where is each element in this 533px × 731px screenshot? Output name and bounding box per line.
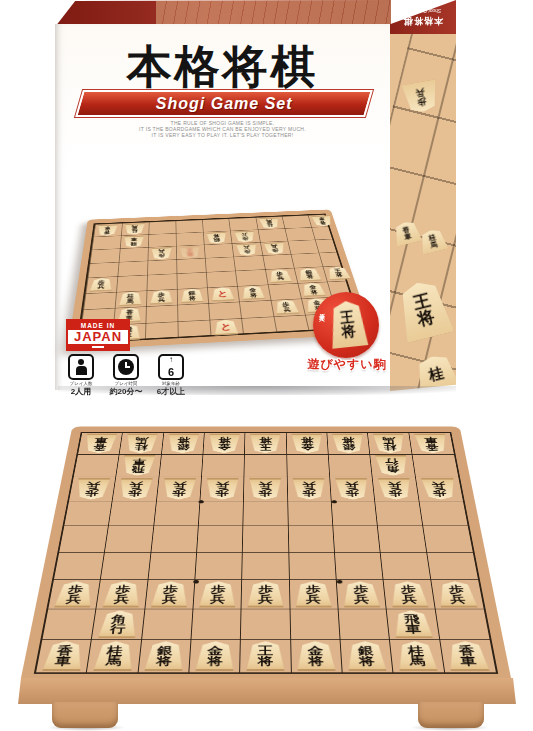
board-square — [64, 501, 113, 526]
board-square — [289, 552, 337, 580]
shogi-piece: 玉将 — [250, 434, 281, 454]
made-in-japan-badge: MADE IN JAPAN — [66, 319, 130, 351]
shogi-piece: 銀将 — [167, 434, 199, 454]
box-front-face: 本格将棋 Shogi Game Set THE RULE OF SHOGI GA… — [55, 24, 390, 390]
shogi-piece: 歩兵 — [390, 581, 429, 607]
board-square: 角行 — [370, 454, 415, 477]
board-square: 角行 — [92, 609, 145, 640]
board-square: 香車 — [409, 433, 454, 455]
board-square — [427, 552, 478, 580]
shogi-piece: 歩兵 — [89, 278, 112, 292]
shogi-piece: 金将 — [208, 434, 240, 454]
shogi-board-scene: 香車桂馬銀将金将玉将金将銀将桂馬香車飛車角行歩兵歩兵歩兵歩兵歩兵歩兵歩兵歩兵歩兵… — [0, 388, 533, 731]
shogi-piece: 王将 — [246, 641, 284, 671]
board-square: 金将 — [286, 433, 328, 455]
hoshi-point — [336, 580, 342, 584]
shogi-piece: 歩兵 — [235, 243, 257, 256]
board-square: 銀将 — [162, 433, 205, 455]
shogi-piece: 金将 — [195, 641, 234, 671]
board-foot-left — [52, 702, 118, 728]
shogi-piece: 歩兵 — [437, 581, 478, 607]
shogi-piece: 銀将 — [297, 268, 322, 282]
shogi-piece: 飛車 — [393, 610, 433, 638]
shogi-piece: 歩兵 — [234, 230, 256, 242]
shogi-piece: 歩兵 — [378, 478, 413, 499]
age-icon: ↑6 — [158, 354, 184, 380]
shogi-piece: 歩兵 — [263, 242, 286, 254]
board-square — [241, 609, 291, 640]
king-piece-image: 王将 — [328, 299, 369, 349]
board-surface: 香車桂馬銀将金将玉将金将銀将桂馬香車飛車角行歩兵歩兵歩兵歩兵歩兵歩兵歩兵歩兵歩兵… — [34, 432, 498, 674]
shogi-piece: 歩兵 — [335, 478, 369, 499]
shogi-piece: 歩兵 — [54, 581, 94, 607]
shogi-piece: 桂馬 — [125, 434, 158, 454]
board-square: 桂馬 — [120, 433, 164, 455]
tagline: THE RULE OF SHOGI GAME IS SIMPLE. IT IS … — [55, 120, 390, 138]
board-front-edge — [18, 678, 516, 704]
shogi-piece: 香車 — [446, 641, 489, 671]
shogi-piece: 銀将 — [346, 641, 386, 671]
board-square: 桂馬 — [390, 640, 445, 672]
board-square: 歩兵 — [97, 580, 149, 609]
shogi-board: 香車桂馬銀将金将玉将金将銀将桂馬香車飛車角行歩兵歩兵歩兵歩兵歩兵歩兵歩兵歩兵歩兵… — [21, 426, 511, 678]
board-square — [288, 501, 333, 526]
shogi-piece: 桂馬 — [119, 291, 142, 306]
shogi-piece: 歩兵 — [151, 581, 189, 607]
shogi-piece: 歩兵 — [118, 478, 153, 499]
badge-bar — [68, 344, 128, 349]
board-square: 歩兵 — [337, 580, 387, 609]
easy-pieces-banner: 遊びやすい駒 — [289, 356, 405, 373]
board-square: 歩兵 — [431, 580, 484, 609]
board-square: 歩兵 — [330, 477, 375, 501]
board-square — [59, 526, 109, 552]
board-square — [412, 454, 458, 477]
shogi-piece: 歩兵 — [248, 581, 284, 607]
board-square — [101, 552, 151, 580]
board-square — [290, 609, 340, 640]
shogi-piece: 歩兵 — [199, 581, 236, 607]
board-square — [154, 501, 200, 526]
board-square — [195, 552, 243, 580]
board-square — [109, 501, 157, 526]
shogi-piece: 桂馬 — [93, 641, 134, 671]
board-square: 香車 — [78, 433, 123, 455]
side-title-band: 本格将棋 Shogi Game Set — [390, 0, 456, 34]
board-square: 歩兵 — [242, 580, 290, 609]
board-square: 歩兵 — [157, 477, 202, 501]
king-piece-badge: 原寸大 王将 — [313, 292, 379, 358]
board-square: 歩兵 — [416, 477, 463, 501]
board-square — [329, 454, 373, 477]
shogi-piece: 香車 — [311, 215, 333, 226]
shogi-piece: 桂馬 — [396, 641, 437, 671]
board-square — [245, 454, 288, 477]
board-square: 香車 — [440, 640, 496, 672]
board-square: 飛車 — [116, 454, 161, 477]
board-square — [197, 526, 244, 552]
shogi-piece: 歩兵 — [162, 478, 196, 499]
board-square: 桂馬 — [87, 640, 142, 672]
board-square: 歩兵 — [193, 580, 242, 609]
shogi-piece: 金将 — [297, 641, 336, 671]
clock-icon — [113, 354, 139, 380]
side-title: 本格将棋 — [403, 14, 443, 27]
shogi-piece: 角行 — [375, 455, 409, 476]
board-square — [202, 454, 245, 477]
board-square: 歩兵 — [69, 477, 116, 501]
board-square: 王将 — [240, 640, 291, 672]
shogi-piece: 歩兵 — [249, 478, 282, 499]
side-subtitle: Shogi Game Set — [403, 8, 443, 14]
players-icon — [68, 354, 94, 380]
shogi-piece: 歩兵 — [295, 581, 332, 607]
shogi-piece: 飛車 — [122, 455, 156, 476]
shogi-piece: 角行 — [98, 610, 138, 638]
hoshi-point — [331, 500, 336, 503]
shogi-piece: と — [214, 319, 239, 336]
board-square — [191, 609, 241, 640]
shogi-piece: 金将 — [291, 434, 323, 454]
board-grid: 香車桂馬銀将金将玉将金将銀将桂馬香車飛車角行歩兵歩兵歩兵歩兵歩兵歩兵歩兵歩兵歩兵… — [36, 433, 496, 673]
box-top-face — [55, 0, 391, 27]
shogi-piece: 歩兵 — [274, 299, 299, 314]
board-square: 歩兵 — [384, 580, 436, 609]
shogi-piece: 歩兵 — [292, 478, 325, 499]
board-square: 金将 — [203, 433, 245, 455]
shogi-piece: 銀将 — [207, 232, 228, 244]
board-square: 飛車 — [387, 609, 440, 640]
board-square — [333, 526, 381, 552]
board-square: 金将 — [291, 640, 343, 672]
shogi-piece: 香車 — [414, 434, 449, 454]
shogi-piece: 歩兵 — [150, 290, 173, 305]
board-square: 歩兵 — [113, 477, 159, 501]
board-square — [242, 552, 289, 580]
shogi-piece: 龍王 — [180, 246, 201, 259]
board-square: 歩兵 — [287, 477, 331, 501]
board-square: 金将 — [189, 640, 241, 672]
shogi-piece: 香車 — [97, 224, 118, 236]
board-square — [339, 609, 391, 640]
board-square — [288, 526, 335, 552]
shogi-piece: 歩兵 — [342, 581, 380, 607]
board-square — [42, 609, 96, 640]
board-square: 桂馬 — [368, 433, 412, 455]
product-title: 本格将棋 — [55, 37, 390, 97]
actual-size-label: 原寸大 — [317, 308, 326, 311]
board-square — [148, 552, 197, 580]
shogi-piece: 金将 — [241, 285, 265, 300]
shogi-piece: と — [211, 287, 234, 302]
board-square — [243, 526, 289, 552]
shogi-piece: 歩兵 — [74, 478, 110, 499]
board-square — [335, 552, 384, 580]
shogi-piece: 歩兵 — [103, 581, 142, 607]
board-square: 銀将 — [138, 640, 191, 672]
board-square: 歩兵 — [145, 580, 195, 609]
board-square — [381, 552, 431, 580]
board-square: 歩兵 — [373, 477, 419, 501]
title-banner: Shogi Game Set — [75, 90, 373, 117]
board-square — [74, 454, 120, 477]
board-square — [105, 526, 154, 552]
board-square: 歩兵 — [48, 580, 101, 609]
tagline-line: IT IS VERY EASY TO PLAY IT. LET'S PLAY T… — [55, 132, 390, 138]
board-square — [375, 501, 423, 526]
board-square: 玉将 — [245, 433, 287, 455]
board-square — [244, 501, 289, 526]
board-square — [378, 526, 427, 552]
shogi-piece: 香車 — [42, 641, 85, 671]
board-square — [419, 501, 468, 526]
board-square: 歩兵 — [200, 477, 244, 501]
shogi-piece: 歩兵 — [151, 247, 172, 260]
shogi-piece: 飛車 — [123, 235, 144, 247]
board-foot-right — [418, 702, 484, 728]
board-square: 銀将 — [327, 433, 370, 455]
shogi-piece: 桂馬 — [124, 223, 144, 235]
board-square: 香車 — [36, 640, 92, 672]
board-square — [159, 454, 203, 477]
japan-label: JAPAN — [68, 330, 128, 344]
shogi-piece: 桂馬 — [258, 217, 279, 228]
shogi-piece: 銀将 — [332, 434, 364, 454]
board-square — [151, 526, 199, 552]
board-square: 銀将 — [341, 640, 394, 672]
shogi-piece: 歩兵 — [421, 478, 458, 499]
board-square: 歩兵 — [244, 477, 288, 501]
title-banner-text: Shogi Game Set — [156, 95, 293, 113]
board-square — [423, 526, 473, 552]
box-top-board-photo — [156, 0, 391, 27]
shogi-piece: 銀将 — [181, 288, 204, 303]
shogi-piece: 香車 — [83, 434, 117, 454]
board-square — [287, 454, 330, 477]
shogi-piece: 歩兵 — [268, 269, 292, 283]
box-side-face: 本格将棋 Shogi Game Set 歩兵香車桂馬王将桂 — [390, 0, 456, 391]
side-photo: 歩兵香車桂馬王将桂 — [390, 34, 456, 391]
shogi-piece: 銀将 — [144, 641, 184, 671]
board-square — [435, 609, 489, 640]
shogi-piece: 王将 — [326, 266, 351, 280]
shogi-piece: 歩兵 — [206, 478, 239, 499]
board-square — [142, 609, 194, 640]
shogi-piece: 王将 — [340, 309, 357, 338]
board-square — [199, 501, 244, 526]
shogi-piece: 金将 — [301, 282, 326, 297]
board-square — [332, 501, 378, 526]
shogi-piece: 桂馬 — [373, 434, 406, 454]
board-square: 歩兵 — [290, 580, 339, 609]
board-square — [54, 552, 105, 580]
